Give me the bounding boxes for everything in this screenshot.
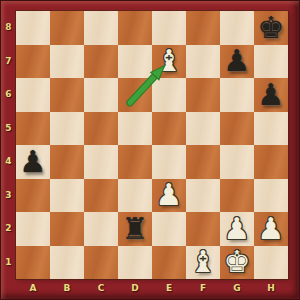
- square-f6[interactable]: [186, 78, 220, 112]
- square-b7[interactable]: [50, 45, 84, 79]
- square-c7[interactable]: [84, 45, 118, 79]
- black-pawn[interactable]: ♟: [254, 78, 288, 112]
- square-h2[interactable]: ♟: [254, 212, 288, 246]
- square-g8[interactable]: [220, 11, 254, 45]
- chess-app-window: ♚♝♟♟♟♟♜♟♟♝♚ 87654321 ABCDEFGH: [0, 0, 300, 300]
- rank-label-5: 5: [1, 112, 16, 146]
- file-label-E: E: [152, 279, 186, 300]
- square-a6[interactable]: [16, 78, 50, 112]
- square-c1[interactable]: [84, 246, 118, 280]
- black-rook[interactable]: ♜: [118, 212, 152, 246]
- square-e3[interactable]: ♟: [152, 179, 186, 213]
- white-king[interactable]: ♚: [220, 246, 254, 280]
- square-g3[interactable]: [220, 179, 254, 213]
- black-pawn[interactable]: ♟: [16, 145, 50, 179]
- square-d2[interactable]: ♜: [118, 212, 152, 246]
- square-h1[interactable]: [254, 246, 288, 280]
- white-bishop[interactable]: ♝: [152, 45, 186, 79]
- file-label-H: H: [254, 279, 288, 300]
- square-c8[interactable]: [84, 11, 118, 45]
- file-label-F: F: [186, 279, 220, 300]
- square-a7[interactable]: [16, 45, 50, 79]
- rank-label-6: 6: [1, 78, 16, 112]
- square-e1[interactable]: [152, 246, 186, 280]
- black-pawn[interactable]: ♟: [220, 45, 254, 79]
- rank-label-2: 2: [1, 212, 16, 246]
- square-f5[interactable]: [186, 112, 220, 146]
- square-b8[interactable]: [50, 11, 84, 45]
- square-e2[interactable]: [152, 212, 186, 246]
- square-g6[interactable]: [220, 78, 254, 112]
- file-label-G: G: [220, 279, 254, 300]
- file-label-B: B: [50, 279, 84, 300]
- square-a3[interactable]: [16, 179, 50, 213]
- white-pawn[interactable]: ♟: [152, 179, 186, 213]
- square-a1[interactable]: [16, 246, 50, 280]
- square-h4[interactable]: [254, 145, 288, 179]
- square-d7[interactable]: [118, 45, 152, 79]
- square-c6[interactable]: [84, 78, 118, 112]
- square-e5[interactable]: [152, 112, 186, 146]
- square-h7[interactable]: [254, 45, 288, 79]
- square-f3[interactable]: [186, 179, 220, 213]
- square-e8[interactable]: [152, 11, 186, 45]
- square-f1[interactable]: ♝: [186, 246, 220, 280]
- square-e7[interactable]: ♝: [152, 45, 186, 79]
- black-king[interactable]: ♚: [254, 11, 288, 45]
- square-a2[interactable]: [16, 212, 50, 246]
- square-d8[interactable]: [118, 11, 152, 45]
- square-g1[interactable]: ♚: [220, 246, 254, 280]
- white-bishop[interactable]: ♝: [186, 246, 220, 280]
- square-g7[interactable]: ♟: [220, 45, 254, 79]
- square-g4[interactable]: [220, 145, 254, 179]
- square-h6[interactable]: ♟: [254, 78, 288, 112]
- square-d6[interactable]: [118, 78, 152, 112]
- square-e4[interactable]: [152, 145, 186, 179]
- square-g2[interactable]: ♟: [220, 212, 254, 246]
- square-f4[interactable]: [186, 145, 220, 179]
- square-c3[interactable]: [84, 179, 118, 213]
- square-b3[interactable]: [50, 179, 84, 213]
- square-b5[interactable]: [50, 112, 84, 146]
- square-c4[interactable]: [84, 145, 118, 179]
- white-pawn[interactable]: ♟: [254, 212, 288, 246]
- square-d1[interactable]: [118, 246, 152, 280]
- chess-board[interactable]: ♚♝♟♟♟♟♜♟♟♝♚: [16, 11, 288, 279]
- square-h8[interactable]: ♚: [254, 11, 288, 45]
- rank-label-8: 8: [1, 11, 16, 45]
- square-d3[interactable]: [118, 179, 152, 213]
- rank-label-3: 3: [1, 179, 16, 213]
- square-b4[interactable]: [50, 145, 84, 179]
- square-h3[interactable]: [254, 179, 288, 213]
- square-c2[interactable]: [84, 212, 118, 246]
- file-label-D: D: [118, 279, 152, 300]
- square-g5[interactable]: [220, 112, 254, 146]
- square-b2[interactable]: [50, 212, 84, 246]
- white-pawn[interactable]: ♟: [220, 212, 254, 246]
- square-h5[interactable]: [254, 112, 288, 146]
- square-f8[interactable]: [186, 11, 220, 45]
- square-a8[interactable]: [16, 11, 50, 45]
- rank-label-1: 1: [1, 246, 16, 280]
- square-a4[interactable]: ♟: [16, 145, 50, 179]
- square-a5[interactable]: [16, 112, 50, 146]
- file-label-C: C: [84, 279, 118, 300]
- square-f2[interactable]: [186, 212, 220, 246]
- file-label-A: A: [16, 279, 50, 300]
- rank-label-4: 4: [1, 145, 16, 179]
- square-e6[interactable]: [152, 78, 186, 112]
- square-c5[interactable]: [84, 112, 118, 146]
- rank-label-7: 7: [1, 45, 16, 79]
- square-d5[interactable]: [118, 112, 152, 146]
- square-f7[interactable]: [186, 45, 220, 79]
- square-d4[interactable]: [118, 145, 152, 179]
- square-b1[interactable]: [50, 246, 84, 280]
- square-b6[interactable]: [50, 78, 84, 112]
